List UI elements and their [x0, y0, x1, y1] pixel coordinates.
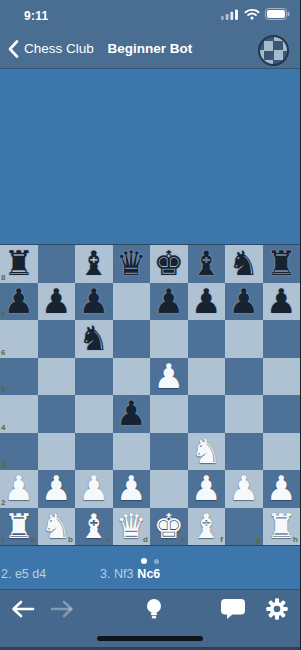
status-time: 9:11: [24, 9, 49, 23]
forward-arrow-icon: [49, 600, 75, 618]
square-c5[interactable]: [75, 358, 113, 396]
file-label-c: c: [106, 536, 110, 544]
square-e3[interactable]: [150, 433, 188, 471]
back-arrow-icon: [10, 600, 36, 618]
move-item-current[interactable]: 3. Nf3Nc6: [100, 567, 160, 581]
square-d3[interactable]: [113, 433, 151, 471]
square-g5[interactable]: [225, 358, 263, 396]
square-f1[interactable]: ♝f: [188, 508, 226, 546]
piece-black-pawn[interactable]: ♟: [263, 283, 301, 321]
square-b7[interactable]: ♟: [38, 283, 76, 321]
square-f2[interactable]: ♟: [188, 470, 226, 508]
square-h3[interactable]: [263, 433, 301, 471]
page-dot-1[interactable]: [141, 558, 147, 564]
square-h4[interactable]: [263, 395, 301, 433]
lightbulb-icon: [145, 598, 163, 621]
top-bar: 9:11: [0, 0, 300, 69]
square-a1[interactable]: ♜1a: [0, 508, 38, 546]
square-g3[interactable]: [225, 433, 263, 471]
rank-label-4: 4: [1, 424, 5, 432]
move-number-prefix: 3. Nf3: [100, 567, 133, 581]
piece-white-pawn[interactable]: ♟: [113, 470, 151, 508]
home-indicator[interactable]: [97, 636, 203, 641]
square-b4[interactable]: [38, 395, 76, 433]
cellular-signal-icon: [221, 9, 239, 20]
page-dots: [0, 557, 300, 565]
rank-label-6: 6: [1, 349, 5, 357]
square-d1[interactable]: ♛d: [113, 508, 151, 546]
square-h6[interactable]: [263, 320, 301, 358]
piece-white-pawn[interactable]: ♟: [188, 470, 226, 508]
square-a7[interactable]: ♟7: [0, 283, 38, 321]
chevron-left-icon: [8, 40, 19, 58]
piece-black-bishop[interactable]: ♝: [75, 245, 113, 283]
nav-bar: Chess Club Beginner Bot: [0, 28, 300, 69]
square-g8[interactable]: ♞: [225, 245, 263, 283]
square-d2[interactable]: ♟: [113, 470, 151, 508]
piece-white-pawn[interactable]: ♟: [75, 470, 113, 508]
move-list: 2. e5 d4 3. Nf3Nc6: [0, 567, 300, 584]
move-item-previous[interactable]: 2. e5 d4: [1, 567, 46, 581]
square-c2[interactable]: ♟: [75, 470, 113, 508]
square-f7[interactable]: ♟: [188, 283, 226, 321]
square-e8[interactable]: ♚: [150, 245, 188, 283]
square-a6[interactable]: 6: [0, 320, 38, 358]
file-label-b: b: [68, 536, 73, 544]
file-label-d: d: [143, 536, 148, 544]
square-c4[interactable]: [75, 395, 113, 433]
square-e2[interactable]: [150, 470, 188, 508]
square-c1[interactable]: ♝c: [75, 508, 113, 546]
square-c7[interactable]: ♟: [75, 283, 113, 321]
square-g7[interactable]: ♟: [225, 283, 263, 321]
file-label-h: h: [293, 536, 298, 544]
square-a8[interactable]: ♜8: [0, 245, 38, 283]
piece-black-knight[interactable]: ♞: [225, 245, 263, 283]
square-c3[interactable]: [75, 433, 113, 471]
square-d5[interactable]: [113, 358, 151, 396]
back-button-label: Chess Club: [24, 41, 94, 56]
square-a5[interactable]: 5: [0, 358, 38, 396]
square-h1[interactable]: ♜h: [263, 508, 301, 546]
square-b8[interactable]: [38, 245, 76, 283]
piece-black-king[interactable]: ♚: [150, 245, 188, 283]
square-b2[interactable]: ♟: [38, 470, 76, 508]
file-label-f: f: [220, 536, 223, 544]
piece-white-pawn[interactable]: ♟: [263, 470, 301, 508]
page-dot-2[interactable]: [154, 559, 159, 564]
piece-black-bishop[interactable]: ♝: [188, 245, 226, 283]
square-d8[interactable]: ♛: [113, 245, 151, 283]
square-g6[interactable]: [225, 320, 263, 358]
last-move-label: Nc6: [137, 567, 160, 581]
opponent-avatar[interactable]: [258, 35, 289, 66]
square-g1[interactable]: g: [225, 508, 263, 546]
square-a4[interactable]: 4: [0, 395, 38, 433]
settings-button[interactable]: [260, 593, 294, 625]
square-c6[interactable]: ♞: [75, 320, 113, 358]
chat-bubble-icon: [220, 598, 246, 620]
square-c8[interactable]: ♝: [75, 245, 113, 283]
piece-white-knight[interactable]: ♞: [188, 433, 226, 471]
square-b5[interactable]: [38, 358, 76, 396]
piece-black-queen[interactable]: ♛: [113, 245, 151, 283]
square-d7[interactable]: [113, 283, 151, 321]
chat-button[interactable]: [216, 593, 250, 625]
square-b3[interactable]: [38, 433, 76, 471]
square-e1[interactable]: ♚e: [150, 508, 188, 546]
square-a2[interactable]: ♟2: [0, 470, 38, 508]
piece-black-rook[interactable]: ♜: [263, 245, 301, 283]
square-f3[interactable]: ♞: [188, 433, 226, 471]
battery-icon: [265, 8, 290, 20]
square-d6[interactable]: [113, 320, 151, 358]
back-button[interactable]: Chess Club: [8, 28, 94, 69]
gear-icon: [266, 598, 288, 620]
wifi-icon: [244, 8, 260, 20]
chess-board: ♜8♝♛♚♝♞♜♟7♟♟♟♟♟♟6♞5♟4♟3♞♟2♟♟♟♟♟♟♜1a♞b♝c♛…: [0, 244, 300, 546]
rank-label-7: 7: [1, 311, 5, 319]
square-f4[interactable]: [188, 395, 226, 433]
hint-button[interactable]: [137, 593, 171, 625]
chess-app-screen: 9:11: [0, 0, 300, 650]
file-label-g: g: [256, 536, 261, 544]
piece-black-pawn[interactable]: ♟: [0, 283, 38, 321]
square-b1[interactable]: ♞b: [38, 508, 76, 546]
status-icons: [221, 8, 290, 20]
square-g4[interactable]: [225, 395, 263, 433]
square-h7[interactable]: ♟: [263, 283, 301, 321]
square-h5[interactable]: [263, 358, 301, 396]
rank-label-1: 1: [1, 536, 5, 544]
piece-white-pawn[interactable]: ♟: [38, 470, 76, 508]
piece-black-knight[interactable]: ♞: [75, 320, 113, 358]
square-d4[interactable]: ♟: [113, 395, 151, 433]
piece-black-pawn[interactable]: ♟: [150, 283, 188, 321]
next-move-button[interactable]: [45, 593, 79, 625]
piece-black-pawn[interactable]: ♟: [225, 283, 263, 321]
piece-white-pawn[interactable]: ♟: [150, 358, 188, 396]
piece-black-pawn[interactable]: ♟: [188, 283, 226, 321]
square-g2[interactable]: ♟: [225, 470, 263, 508]
square-h8[interactable]: ♜: [263, 245, 301, 283]
piece-white-pawn[interactable]: ♟: [225, 470, 263, 508]
square-b6[interactable]: [38, 320, 76, 358]
square-h2[interactable]: ♟: [263, 470, 301, 508]
piece-black-pawn[interactable]: ♟: [38, 283, 76, 321]
file-label-e: e: [181, 536, 185, 544]
square-f6[interactable]: [188, 320, 226, 358]
previous-move-button[interactable]: [6, 593, 40, 625]
piece-black-pawn[interactable]: ♟: [75, 283, 113, 321]
square-e4[interactable]: [150, 395, 188, 433]
square-f8[interactable]: ♝: [188, 245, 226, 283]
square-f5[interactable]: [188, 358, 226, 396]
piece-black-pawn[interactable]: ♟: [113, 395, 151, 433]
piece-black-rook[interactable]: ♜: [0, 245, 38, 283]
piece-white-pawn[interactable]: ♟: [0, 470, 38, 508]
rank-label-5: 5: [1, 386, 5, 394]
square-e6[interactable]: [150, 320, 188, 358]
square-e5[interactable]: ♟: [150, 358, 188, 396]
square-e7[interactable]: ♟: [150, 283, 188, 321]
file-label-a: a: [31, 536, 35, 544]
square-a3[interactable]: 3: [0, 433, 38, 471]
